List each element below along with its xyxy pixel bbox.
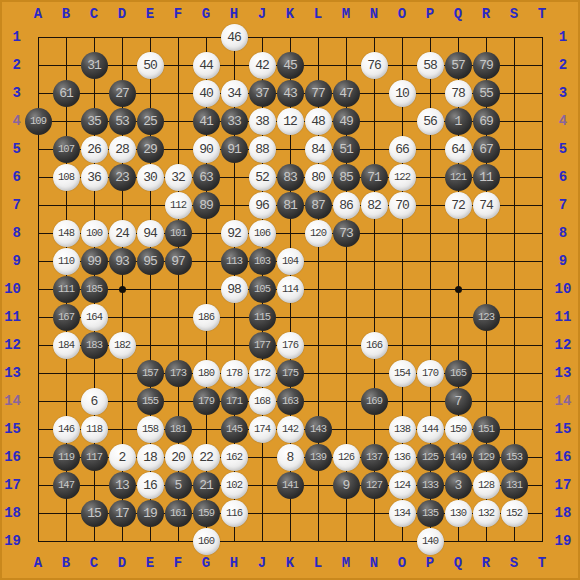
intersection-S13[interactable]	[500, 359, 528, 387]
intersection-K3[interactable]: 43	[276, 79, 304, 107]
col-label-bottom-P[interactable]: P	[416, 553, 444, 573]
intersection-L11[interactable]	[304, 303, 332, 331]
intersection-R6[interactable]: 11	[472, 163, 500, 191]
intersection-L9[interactable]	[304, 247, 332, 275]
intersection-J12[interactable]: 177	[248, 331, 276, 359]
intersection-E14[interactable]: 155	[136, 387, 164, 415]
col-label-top-K[interactable]: K	[276, 4, 304, 24]
intersection-A15[interactable]	[24, 415, 52, 443]
row-label-right-7[interactable]: 7	[549, 195, 577, 215]
intersection-O8[interactable]	[388, 219, 416, 247]
col-label-bottom-B[interactable]: B	[52, 553, 80, 573]
intersection-Q8[interactable]	[444, 219, 472, 247]
intersection-P4[interactable]: 56	[416, 107, 444, 135]
intersection-K18[interactable]	[276, 499, 304, 527]
intersection-R19[interactable]	[472, 527, 500, 555]
intersection-A7[interactable]	[24, 191, 52, 219]
intersection-J10[interactable]: 105	[248, 275, 276, 303]
intersection-C1[interactable]	[80, 23, 108, 51]
intersection-J19[interactable]	[248, 527, 276, 555]
intersection-D15[interactable]	[108, 415, 136, 443]
intersection-N11[interactable]	[360, 303, 388, 331]
intersection-Q15[interactable]: 150	[444, 415, 472, 443]
intersection-N15[interactable]	[360, 415, 388, 443]
intersection-L3[interactable]: 77	[304, 79, 332, 107]
col-label-bottom-M[interactable]: M	[332, 553, 360, 573]
intersection-R16[interactable]: 129	[472, 443, 500, 471]
intersection-F19[interactable]	[164, 527, 192, 555]
intersection-M17[interactable]: 9	[332, 471, 360, 499]
intersection-C17[interactable]	[80, 471, 108, 499]
col-label-top-E[interactable]: E	[136, 4, 164, 24]
intersection-K19[interactable]	[276, 527, 304, 555]
intersection-J2[interactable]: 42	[248, 51, 276, 79]
intersection-Q14[interactable]: 7	[444, 387, 472, 415]
intersection-G9[interactable]	[192, 247, 220, 275]
row-label-left-6[interactable]: 6	[0, 167, 21, 187]
intersection-D8[interactable]: 24	[108, 219, 136, 247]
col-label-top-A[interactable]: A	[24, 4, 52, 24]
intersection-F3[interactable]	[164, 79, 192, 107]
col-label-top-S[interactable]: S	[500, 4, 528, 24]
intersection-L16[interactable]: 139	[304, 443, 332, 471]
intersection-F18[interactable]: 161	[164, 499, 192, 527]
intersection-D13[interactable]	[108, 359, 136, 387]
col-label-bottom-G[interactable]: G	[192, 553, 220, 573]
intersection-K8[interactable]	[276, 219, 304, 247]
row-label-left-16[interactable]: 16	[0, 447, 21, 467]
intersection-J6[interactable]: 52	[248, 163, 276, 191]
intersection-D7[interactable]	[108, 191, 136, 219]
intersection-E1[interactable]	[136, 23, 164, 51]
intersection-Q10[interactable]	[444, 275, 472, 303]
intersection-S14[interactable]	[500, 387, 528, 415]
intersection-A17[interactable]	[24, 471, 52, 499]
intersection-C8[interactable]: 100	[80, 219, 108, 247]
intersection-P13[interactable]: 170	[416, 359, 444, 387]
intersection-B9[interactable]: 110	[52, 247, 80, 275]
intersection-B17[interactable]: 147	[52, 471, 80, 499]
col-label-top-D[interactable]: D	[108, 4, 136, 24]
intersection-K5[interactable]	[276, 135, 304, 163]
intersection-A14[interactable]	[24, 387, 52, 415]
intersection-L15[interactable]: 143	[304, 415, 332, 443]
intersection-H6[interactable]	[220, 163, 248, 191]
col-label-top-F[interactable]: F	[164, 4, 192, 24]
intersection-S19[interactable]	[500, 527, 528, 555]
intersection-E7[interactable]	[136, 191, 164, 219]
intersection-A18[interactable]	[24, 499, 52, 527]
intersection-N16[interactable]: 137	[360, 443, 388, 471]
intersection-B4[interactable]	[52, 107, 80, 135]
intersection-H14[interactable]: 171	[220, 387, 248, 415]
intersection-R17[interactable]: 128	[472, 471, 500, 499]
intersection-R15[interactable]: 151	[472, 415, 500, 443]
intersection-K17[interactable]: 141	[276, 471, 304, 499]
row-label-right-10[interactable]: 10	[549, 279, 577, 299]
intersection-C3[interactable]	[80, 79, 108, 107]
intersection-S12[interactable]	[500, 331, 528, 359]
intersection-P14[interactable]	[416, 387, 444, 415]
intersection-F17[interactable]: 5	[164, 471, 192, 499]
intersection-F9[interactable]: 97	[164, 247, 192, 275]
intersection-A13[interactable]	[24, 359, 52, 387]
intersection-N8[interactable]	[360, 219, 388, 247]
row-label-right-16[interactable]: 16	[549, 447, 577, 467]
intersection-L8[interactable]: 120	[304, 219, 332, 247]
col-label-bottom-H[interactable]: H	[220, 553, 248, 573]
intersection-O10[interactable]	[388, 275, 416, 303]
intersection-Q13[interactable]: 165	[444, 359, 472, 387]
intersection-J13[interactable]: 172	[248, 359, 276, 387]
intersection-F10[interactable]	[164, 275, 192, 303]
intersection-F1[interactable]	[164, 23, 192, 51]
intersection-L2[interactable]	[304, 51, 332, 79]
intersection-E8[interactable]: 94	[136, 219, 164, 247]
intersection-E10[interactable]	[136, 275, 164, 303]
row-label-left-5[interactable]: 5	[0, 139, 21, 159]
intersection-R18[interactable]: 132	[472, 499, 500, 527]
intersection-R1[interactable]	[472, 23, 500, 51]
col-label-top-T[interactable]: T	[528, 4, 556, 24]
intersection-A9[interactable]	[24, 247, 52, 275]
intersection-N14[interactable]: 169	[360, 387, 388, 415]
intersection-C5[interactable]: 26	[80, 135, 108, 163]
intersection-E17[interactable]: 16	[136, 471, 164, 499]
intersection-H7[interactable]	[220, 191, 248, 219]
intersection-M3[interactable]: 47	[332, 79, 360, 107]
intersection-H4[interactable]: 33	[220, 107, 248, 135]
row-label-left-4[interactable]: 4	[0, 111, 21, 131]
row-label-left-10[interactable]: 10	[0, 279, 21, 299]
intersection-P1[interactable]	[416, 23, 444, 51]
intersection-Q3[interactable]: 78	[444, 79, 472, 107]
intersection-S16[interactable]: 153	[500, 443, 528, 471]
intersection-B7[interactable]	[52, 191, 80, 219]
intersection-Q18[interactable]: 130	[444, 499, 472, 527]
intersection-Q16[interactable]: 149	[444, 443, 472, 471]
intersection-M13[interactable]	[332, 359, 360, 387]
intersection-F13[interactable]: 173	[164, 359, 192, 387]
intersection-S17[interactable]: 131	[500, 471, 528, 499]
intersection-M18[interactable]	[332, 499, 360, 527]
intersection-A1[interactable]	[24, 23, 52, 51]
col-label-top-G[interactable]: G	[192, 4, 220, 24]
intersection-C16[interactable]: 117	[80, 443, 108, 471]
intersection-P10[interactable]	[416, 275, 444, 303]
intersection-P18[interactable]: 135	[416, 499, 444, 527]
intersection-C18[interactable]: 15	[80, 499, 108, 527]
intersection-F6[interactable]: 32	[164, 163, 192, 191]
intersection-B11[interactable]: 167	[52, 303, 80, 331]
col-label-top-P[interactable]: P	[416, 4, 444, 24]
intersection-K6[interactable]: 83	[276, 163, 304, 191]
intersection-S6[interactable]	[500, 163, 528, 191]
intersection-G4[interactable]: 41	[192, 107, 220, 135]
intersection-Q11[interactable]	[444, 303, 472, 331]
intersection-H5[interactable]: 91	[220, 135, 248, 163]
intersection-M10[interactable]	[332, 275, 360, 303]
row-label-left-8[interactable]: 8	[0, 223, 21, 243]
intersection-D4[interactable]: 53	[108, 107, 136, 135]
intersection-G19[interactable]: 160	[192, 527, 220, 555]
row-label-left-3[interactable]: 3	[0, 83, 21, 103]
col-label-bottom-E[interactable]: E	[136, 553, 164, 573]
intersection-S2[interactable]	[500, 51, 528, 79]
intersection-J3[interactable]: 37	[248, 79, 276, 107]
row-label-right-13[interactable]: 13	[549, 363, 577, 383]
intersection-L18[interactable]	[304, 499, 332, 527]
intersection-C14[interactable]: 6	[80, 387, 108, 415]
intersection-M12[interactable]	[332, 331, 360, 359]
intersection-G17[interactable]: 21	[192, 471, 220, 499]
intersection-J16[interactable]	[248, 443, 276, 471]
intersection-L19[interactable]	[304, 527, 332, 555]
col-label-top-B[interactable]: B	[52, 4, 80, 24]
col-label-bottom-A[interactable]: A	[24, 553, 52, 573]
row-label-left-15[interactable]: 15	[0, 419, 21, 439]
intersection-P5[interactable]	[416, 135, 444, 163]
intersection-B3[interactable]: 61	[52, 79, 80, 107]
intersection-P2[interactable]: 58	[416, 51, 444, 79]
intersection-C13[interactable]	[80, 359, 108, 387]
intersection-H13[interactable]: 178	[220, 359, 248, 387]
intersection-G5[interactable]: 90	[192, 135, 220, 163]
intersection-O9[interactable]	[388, 247, 416, 275]
intersection-F16[interactable]: 20	[164, 443, 192, 471]
row-label-right-5[interactable]: 5	[549, 139, 577, 159]
row-label-left-19[interactable]: 19	[0, 531, 21, 551]
intersection-H3[interactable]: 34	[220, 79, 248, 107]
intersection-F12[interactable]	[164, 331, 192, 359]
intersection-R11[interactable]: 123	[472, 303, 500, 331]
row-label-left-7[interactable]: 7	[0, 195, 21, 215]
intersection-D3[interactable]: 27	[108, 79, 136, 107]
intersection-O12[interactable]	[388, 331, 416, 359]
intersection-K12[interactable]: 176	[276, 331, 304, 359]
intersection-M14[interactable]	[332, 387, 360, 415]
intersection-Q2[interactable]: 57	[444, 51, 472, 79]
intersection-F8[interactable]: 101	[164, 219, 192, 247]
intersection-J9[interactable]: 103	[248, 247, 276, 275]
intersection-H16[interactable]: 162	[220, 443, 248, 471]
intersection-R14[interactable]	[472, 387, 500, 415]
intersection-J7[interactable]: 96	[248, 191, 276, 219]
intersection-S1[interactable]	[500, 23, 528, 51]
intersection-M7[interactable]: 86	[332, 191, 360, 219]
intersection-E4[interactable]: 25	[136, 107, 164, 135]
intersection-A2[interactable]	[24, 51, 52, 79]
intersection-D19[interactable]	[108, 527, 136, 555]
intersection-H12[interactable]	[220, 331, 248, 359]
intersection-S8[interactable]	[500, 219, 528, 247]
intersection-J15[interactable]: 174	[248, 415, 276, 443]
intersection-L14[interactable]	[304, 387, 332, 415]
intersection-P9[interactable]	[416, 247, 444, 275]
intersection-M15[interactable]	[332, 415, 360, 443]
intersection-J4[interactable]: 38	[248, 107, 276, 135]
intersection-M4[interactable]: 49	[332, 107, 360, 135]
row-label-right-14[interactable]: 14	[549, 391, 577, 411]
col-label-bottom-O[interactable]: O	[388, 553, 416, 573]
col-label-bottom-L[interactable]: L	[304, 553, 332, 573]
intersection-A4[interactable]: 109	[24, 107, 52, 135]
intersection-F11[interactable]	[164, 303, 192, 331]
intersection-C10[interactable]: 185	[80, 275, 108, 303]
intersection-C11[interactable]: 164	[80, 303, 108, 331]
intersection-P12[interactable]	[416, 331, 444, 359]
intersection-G16[interactable]: 22	[192, 443, 220, 471]
row-label-left-17[interactable]: 17	[0, 475, 21, 495]
intersection-C15[interactable]: 118	[80, 415, 108, 443]
intersection-D11[interactable]	[108, 303, 136, 331]
row-label-left-18[interactable]: 18	[0, 503, 21, 523]
intersection-P16[interactable]: 125	[416, 443, 444, 471]
col-label-bottom-C[interactable]: C	[80, 553, 108, 573]
intersection-J5[interactable]: 88	[248, 135, 276, 163]
intersection-P7[interactable]	[416, 191, 444, 219]
intersection-B1[interactable]	[52, 23, 80, 51]
intersection-Q5[interactable]: 64	[444, 135, 472, 163]
intersection-K14[interactable]: 163	[276, 387, 304, 415]
intersection-H10[interactable]: 98	[220, 275, 248, 303]
intersection-O19[interactable]	[388, 527, 416, 555]
intersection-D6[interactable]: 23	[108, 163, 136, 191]
intersection-D9[interactable]: 93	[108, 247, 136, 275]
intersection-G8[interactable]	[192, 219, 220, 247]
col-label-top-Q[interactable]: Q	[444, 4, 472, 24]
row-label-left-9[interactable]: 9	[0, 251, 21, 271]
intersection-B5[interactable]: 107	[52, 135, 80, 163]
intersection-S7[interactable]	[500, 191, 528, 219]
intersection-L4[interactable]: 48	[304, 107, 332, 135]
intersection-E5[interactable]: 29	[136, 135, 164, 163]
intersection-N9[interactable]	[360, 247, 388, 275]
intersection-O18[interactable]: 134	[388, 499, 416, 527]
intersection-D10[interactable]	[108, 275, 136, 303]
intersection-E15[interactable]: 158	[136, 415, 164, 443]
intersection-K2[interactable]: 45	[276, 51, 304, 79]
intersection-P6[interactable]	[416, 163, 444, 191]
intersection-R3[interactable]: 55	[472, 79, 500, 107]
intersection-L1[interactable]	[304, 23, 332, 51]
intersection-B12[interactable]: 184	[52, 331, 80, 359]
intersection-O13[interactable]: 154	[388, 359, 416, 387]
intersection-M9[interactable]	[332, 247, 360, 275]
intersection-B18[interactable]	[52, 499, 80, 527]
intersection-M1[interactable]	[332, 23, 360, 51]
row-label-right-1[interactable]: 1	[549, 27, 577, 47]
intersection-Q4[interactable]: 1	[444, 107, 472, 135]
row-label-right-2[interactable]: 2	[549, 55, 577, 75]
intersection-Q19[interactable]	[444, 527, 472, 555]
intersection-F15[interactable]: 181	[164, 415, 192, 443]
intersection-D1[interactable]	[108, 23, 136, 51]
intersection-N12[interactable]: 166	[360, 331, 388, 359]
intersection-M5[interactable]: 51	[332, 135, 360, 163]
intersection-R9[interactable]	[472, 247, 500, 275]
intersection-J14[interactable]: 168	[248, 387, 276, 415]
intersection-M19[interactable]	[332, 527, 360, 555]
intersection-L5[interactable]: 84	[304, 135, 332, 163]
intersection-R2[interactable]: 79	[472, 51, 500, 79]
intersection-C6[interactable]: 36	[80, 163, 108, 191]
row-label-right-6[interactable]: 6	[549, 167, 577, 187]
intersection-D2[interactable]	[108, 51, 136, 79]
row-label-right-15[interactable]: 15	[549, 419, 577, 439]
col-label-bottom-J[interactable]: J	[248, 553, 276, 573]
intersection-K1[interactable]	[276, 23, 304, 51]
intersection-G7[interactable]: 89	[192, 191, 220, 219]
intersection-B19[interactable]	[52, 527, 80, 555]
intersection-O6[interactable]: 122	[388, 163, 416, 191]
intersection-A8[interactable]	[24, 219, 52, 247]
intersection-O7[interactable]: 70	[388, 191, 416, 219]
intersection-B15[interactable]: 146	[52, 415, 80, 443]
row-label-left-14[interactable]: 14	[0, 391, 21, 411]
intersection-S5[interactable]	[500, 135, 528, 163]
intersection-C9[interactable]: 99	[80, 247, 108, 275]
intersection-S11[interactable]	[500, 303, 528, 331]
row-label-right-19[interactable]: 19	[549, 531, 577, 551]
intersection-P11[interactable]	[416, 303, 444, 331]
col-label-bottom-D[interactable]: D	[108, 553, 136, 573]
intersection-H15[interactable]: 145	[220, 415, 248, 443]
intersection-B10[interactable]: 111	[52, 275, 80, 303]
intersection-R5[interactable]: 67	[472, 135, 500, 163]
col-label-bottom-Q[interactable]: Q	[444, 553, 472, 573]
row-label-right-17[interactable]: 17	[549, 475, 577, 495]
col-label-top-C[interactable]: C	[80, 4, 108, 24]
intersection-O15[interactable]: 138	[388, 415, 416, 443]
intersection-B16[interactable]: 119	[52, 443, 80, 471]
col-label-bottom-S[interactable]: S	[500, 553, 528, 573]
intersection-G3[interactable]: 40	[192, 79, 220, 107]
intersection-E9[interactable]: 95	[136, 247, 164, 275]
intersection-J1[interactable]	[248, 23, 276, 51]
intersection-E2[interactable]: 50	[136, 51, 164, 79]
intersection-S10[interactable]	[500, 275, 528, 303]
intersection-K15[interactable]: 142	[276, 415, 304, 443]
intersection-B6[interactable]: 108	[52, 163, 80, 191]
intersection-G10[interactable]	[192, 275, 220, 303]
col-label-bottom-F[interactable]: F	[164, 553, 192, 573]
intersection-H8[interactable]: 92	[220, 219, 248, 247]
intersection-R12[interactable]	[472, 331, 500, 359]
intersection-O16[interactable]: 136	[388, 443, 416, 471]
intersection-D14[interactable]	[108, 387, 136, 415]
intersection-A16[interactable]	[24, 443, 52, 471]
row-label-right-9[interactable]: 9	[549, 251, 577, 271]
intersection-H11[interactable]	[220, 303, 248, 331]
intersection-F2[interactable]	[164, 51, 192, 79]
row-label-right-12[interactable]: 12	[549, 335, 577, 355]
intersection-K7[interactable]: 81	[276, 191, 304, 219]
intersection-L13[interactable]	[304, 359, 332, 387]
intersection-E19[interactable]	[136, 527, 164, 555]
intersection-L12[interactable]	[304, 331, 332, 359]
intersection-D12[interactable]: 182	[108, 331, 136, 359]
intersection-S9[interactable]	[500, 247, 528, 275]
col-label-bottom-T[interactable]: T	[528, 553, 556, 573]
intersection-F14[interactable]	[164, 387, 192, 415]
intersection-P17[interactable]: 133	[416, 471, 444, 499]
row-label-right-3[interactable]: 3	[549, 83, 577, 103]
intersection-C7[interactable]	[80, 191, 108, 219]
intersection-N3[interactable]	[360, 79, 388, 107]
row-label-right-4[interactable]: 4	[549, 111, 577, 131]
intersection-K16[interactable]: 8	[276, 443, 304, 471]
